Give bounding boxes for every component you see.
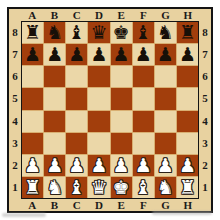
square-b2[interactable]: ♟ (44, 155, 65, 176)
square-h6[interactable] (177, 66, 198, 87)
frame-corner (9, 199, 21, 211)
rank-labels-right: 87654321 (199, 21, 211, 199)
white-knight: ♞ (157, 177, 174, 196)
black-pawn: ♟ (135, 45, 152, 64)
white-queen: ♛ (90, 177, 107, 196)
square-c6[interactable] (66, 66, 87, 87)
square-h2[interactable]: ♟ (177, 155, 198, 176)
square-a8[interactable]: ♜ (22, 22, 43, 43)
square-e2[interactable]: ♟ (111, 155, 132, 176)
square-g2[interactable]: ♟ (155, 155, 176, 176)
square-d1[interactable]: ♛ (88, 177, 109, 198)
square-e8[interactable]: ♚ (111, 22, 132, 43)
square-f6[interactable] (133, 66, 154, 87)
rank-label: 8 (9, 21, 21, 43)
black-pawn: ♟ (68, 45, 85, 64)
square-h4[interactable] (177, 111, 198, 132)
white-pawn: ♟ (46, 155, 63, 174)
square-g6[interactable] (155, 66, 176, 87)
white-rook: ♜ (24, 177, 41, 196)
file-labels-top: ABCDEFGH (21, 9, 199, 21)
white-pawn: ♟ (179, 155, 196, 174)
square-f2[interactable]: ♟ (133, 155, 154, 176)
square-b5[interactable] (44, 88, 65, 109)
square-c1[interactable]: ♝ (66, 177, 87, 198)
white-knight: ♞ (46, 177, 63, 196)
square-e5[interactable] (111, 88, 132, 109)
file-label: A (21, 9, 43, 21)
black-bishop: ♝ (68, 23, 85, 42)
rank-label: 1 (9, 177, 21, 199)
rank-label: 2 (9, 155, 21, 177)
square-a4[interactable] (22, 111, 43, 132)
white-king: ♚ (113, 177, 130, 196)
square-d6[interactable] (88, 66, 109, 87)
square-c7[interactable]: ♟ (66, 44, 87, 65)
square-h8[interactable]: ♜ (177, 22, 198, 43)
square-b6[interactable] (44, 66, 65, 87)
square-g1[interactable]: ♞ (155, 177, 176, 198)
square-g3[interactable] (155, 133, 176, 154)
square-b1[interactable]: ♞ (44, 177, 65, 198)
file-label: H (177, 199, 199, 211)
square-e4[interactable] (111, 111, 132, 132)
white-pawn: ♟ (135, 155, 152, 174)
square-c3[interactable] (66, 133, 87, 154)
black-pawn: ♟ (157, 45, 174, 64)
square-h3[interactable] (177, 133, 198, 154)
square-a3[interactable] (22, 133, 43, 154)
rank-label: 4 (199, 110, 211, 132)
board-frame: ABCDEFGH 87654321 ♜♞♝♛♚♝♞♜♟♟♟♟♟♟♟♟♟♟♟♟♟♟… (7, 7, 213, 213)
square-a7[interactable]: ♟ (22, 44, 43, 65)
file-label: B (43, 9, 65, 21)
file-label: D (88, 199, 110, 211)
rank-label: 7 (9, 43, 21, 65)
square-g4[interactable] (155, 111, 176, 132)
file-label: D (88, 9, 110, 21)
square-f8[interactable]: ♝ (133, 22, 154, 43)
white-bishop: ♝ (68, 177, 85, 196)
black-pawn: ♟ (46, 45, 63, 64)
black-rook: ♜ (179, 23, 196, 42)
square-d7[interactable]: ♟ (88, 44, 109, 65)
square-c8[interactable]: ♝ (66, 22, 87, 43)
square-f7[interactable]: ♟ (133, 44, 154, 65)
file-label: E (110, 9, 132, 21)
square-b8[interactable]: ♞ (44, 22, 65, 43)
square-e6[interactable] (111, 66, 132, 87)
square-a6[interactable] (22, 66, 43, 87)
rank-label: 6 (199, 66, 211, 88)
rank-label: 7 (199, 43, 211, 65)
square-c5[interactable] (66, 88, 87, 109)
file-labels-bottom: ABCDEFGH (21, 199, 199, 211)
square-f5[interactable] (133, 88, 154, 109)
black-knight: ♞ (46, 23, 63, 42)
square-b4[interactable] (44, 111, 65, 132)
file-label: E (110, 199, 132, 211)
white-pawn: ♟ (24, 155, 41, 174)
rank-label: 1 (199, 177, 211, 199)
square-d4[interactable] (88, 111, 109, 132)
file-label: B (43, 199, 65, 211)
rank-label: 6 (9, 66, 21, 88)
frame-corner (199, 199, 211, 211)
square-d5[interactable] (88, 88, 109, 109)
frame-corner (9, 9, 21, 21)
file-label: A (21, 199, 43, 211)
white-bishop: ♝ (135, 177, 152, 196)
chess-board: ♜♞♝♛♚♝♞♜♟♟♟♟♟♟♟♟♟♟♟♟♟♟♟♟♜♞♝♛♚♝♞♜ (21, 21, 199, 199)
file-label: F (132, 9, 154, 21)
watermark-left (2, 213, 46, 217)
rank-label: 8 (199, 21, 211, 43)
square-h7[interactable]: ♟ (177, 44, 198, 65)
file-label: G (155, 199, 177, 211)
square-h1[interactable]: ♜ (177, 177, 198, 198)
file-label: F (132, 199, 154, 211)
square-b3[interactable] (44, 133, 65, 154)
square-g5[interactable] (155, 88, 176, 109)
file-label: H (177, 9, 199, 21)
black-pawn: ♟ (24, 45, 41, 64)
rank-labels-left: 87654321 (9, 21, 21, 199)
square-e3[interactable] (111, 133, 132, 154)
white-pawn: ♟ (157, 155, 174, 174)
black-king: ♚ (113, 23, 130, 42)
black-pawn: ♟ (179, 45, 196, 64)
square-h5[interactable] (177, 88, 198, 109)
black-bishop: ♝ (135, 23, 152, 42)
rank-label: 5 (9, 88, 21, 110)
square-f4[interactable] (133, 111, 154, 132)
white-pawn: ♟ (90, 155, 107, 174)
square-g8[interactable]: ♞ (155, 22, 176, 43)
square-f1[interactable]: ♝ (133, 177, 154, 198)
square-c4[interactable] (66, 111, 87, 132)
file-label: C (66, 9, 88, 21)
black-pawn: ♟ (90, 45, 107, 64)
black-knight: ♞ (157, 23, 174, 42)
square-d8[interactable]: ♛ (88, 22, 109, 43)
white-pawn: ♟ (68, 155, 85, 174)
square-a5[interactable] (22, 88, 43, 109)
frame-corner (199, 9, 211, 21)
square-e7[interactable]: ♟ (111, 44, 132, 65)
square-a2[interactable]: ♟ (22, 155, 43, 176)
white-rook: ♜ (179, 177, 196, 196)
rank-label: 4 (9, 110, 21, 132)
square-c2[interactable]: ♟ (66, 155, 87, 176)
file-label: G (155, 9, 177, 21)
black-pawn: ♟ (113, 45, 130, 64)
square-e1[interactable]: ♚ (111, 177, 132, 198)
square-f3[interactable] (133, 133, 154, 154)
rank-label: 5 (199, 88, 211, 110)
rank-label: 2 (199, 155, 211, 177)
square-g7[interactable]: ♟ (155, 44, 176, 65)
rank-label: 3 (9, 132, 21, 154)
white-pawn: ♟ (113, 155, 130, 174)
square-b7[interactable]: ♟ (44, 44, 65, 65)
black-queen: ♛ (90, 23, 107, 42)
black-rook: ♜ (24, 23, 41, 42)
file-label: C (66, 199, 88, 211)
rank-label: 3 (199, 132, 211, 154)
watermark-right (152, 211, 212, 215)
square-d3[interactable] (88, 133, 109, 154)
square-a1[interactable]: ♜ (22, 177, 43, 198)
square-d2[interactable]: ♟ (88, 155, 109, 176)
